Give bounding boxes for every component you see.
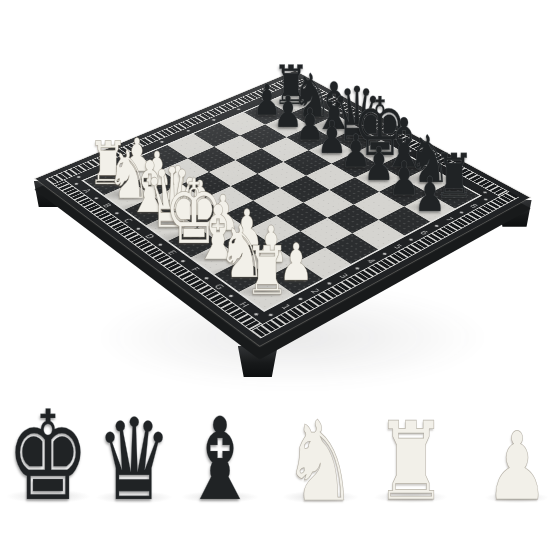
display-black-bishop: ♝	[169, 403, 271, 517]
white-rook-icon: ♜	[375, 408, 448, 516]
display-white-rook: ♜	[363, 408, 460, 516]
product-photo-scene: ABCDEFGH12345678 ♜♞♝♛♚♝♞♜♟♟♟♟♟♟♟♟♟♟♟♟♟♟♟…	[0, 0, 555, 555]
display-white-knight: ♞	[270, 406, 370, 517]
display-piece-row: ♚♛♝♞♜♟	[0, 0, 555, 555]
black-bishop-icon: ♝	[182, 403, 259, 517]
black-queen-icon: ♛	[96, 404, 172, 517]
white-knight-icon: ♞	[283, 406, 358, 517]
display-white-pawn: ♟	[475, 420, 555, 514]
black-king-icon: ♚	[6, 394, 89, 518]
white-pawn-icon: ♟	[485, 420, 548, 514]
